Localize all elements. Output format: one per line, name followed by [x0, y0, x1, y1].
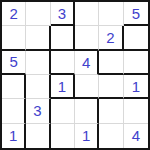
- suguru-puzzle: 235254113114: [0, 0, 150, 150]
- cell-r6c6[interactable]: 4: [124, 124, 148, 148]
- given-digit: 3: [33, 103, 41, 118]
- cell-r3c4[interactable]: 4: [75, 51, 99, 75]
- given-digit: 1: [82, 128, 90, 143]
- given-digit: 5: [132, 6, 140, 21]
- cell-r5c2[interactable]: 3: [26, 99, 50, 123]
- cell-r6c3[interactable]: [51, 124, 75, 148]
- given-digit: 2: [106, 30, 114, 45]
- cell-r2c1[interactable]: [2, 26, 26, 50]
- given-digit: 4: [132, 128, 140, 143]
- given-digit: 1: [132, 79, 140, 94]
- cell-r2c3[interactable]: [51, 26, 75, 50]
- given-digit: 3: [58, 6, 66, 21]
- cell-r2c4[interactable]: [75, 26, 99, 50]
- cell-r2c2[interactable]: [26, 26, 50, 50]
- given-digit: 2: [9, 6, 17, 21]
- cell-r6c2[interactable]: [26, 124, 50, 148]
- cell-r1c3[interactable]: 3: [51, 2, 75, 26]
- cell-r4c6[interactable]: 1: [124, 75, 148, 99]
- cell-r5c4[interactable]: [75, 99, 99, 123]
- cell-r2c5[interactable]: 2: [99, 26, 123, 50]
- cell-r6c1[interactable]: 1: [2, 124, 26, 148]
- cell-r4c5[interactable]: [99, 75, 123, 99]
- cell-r5c3[interactable]: [51, 99, 75, 123]
- cell-r3c5[interactable]: [99, 51, 123, 75]
- cell-r5c6[interactable]: [124, 99, 148, 123]
- cell-r5c5[interactable]: [99, 99, 123, 123]
- given-digit: 1: [58, 79, 66, 94]
- cell-r4c2[interactable]: [26, 75, 50, 99]
- cell-r4c1[interactable]: [2, 75, 26, 99]
- given-digit: 1: [9, 128, 17, 143]
- cell-r6c4[interactable]: 1: [75, 124, 99, 148]
- cell-r6c5[interactable]: [99, 124, 123, 148]
- given-digit: 5: [9, 54, 17, 69]
- cell-r4c3[interactable]: 1: [51, 75, 75, 99]
- cell-r1c5[interactable]: [99, 2, 123, 26]
- cell-r1c4[interactable]: [75, 2, 99, 26]
- cell-r1c6[interactable]: 5: [124, 2, 148, 26]
- cell-r3c1[interactable]: 5: [2, 51, 26, 75]
- cell-r1c2[interactable]: [26, 2, 50, 26]
- cell-r2c6[interactable]: [124, 26, 148, 50]
- given-digit: 4: [82, 55, 90, 70]
- cell-r3c6[interactable]: [124, 51, 148, 75]
- cell-r3c2[interactable]: [26, 51, 50, 75]
- cell-r3c3[interactable]: [51, 51, 75, 75]
- suguru-board: 235254113114: [0, 0, 150, 150]
- cell-r4c4[interactable]: [75, 75, 99, 99]
- cell-r1c1[interactable]: 2: [2, 2, 26, 26]
- cell-r5c1[interactable]: [2, 99, 26, 123]
